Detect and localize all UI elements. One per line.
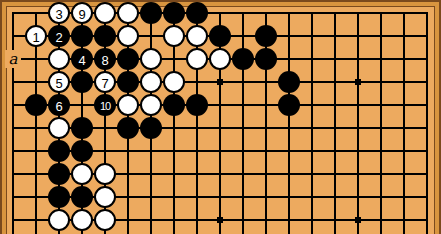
- black-stone: [25, 94, 47, 116]
- white-stone: 5: [48, 71, 70, 93]
- white-stone: [71, 209, 93, 231]
- white-stone: [117, 2, 139, 24]
- black-stone: 2: [48, 25, 70, 47]
- black-stone: [71, 117, 93, 139]
- black-stone: [186, 2, 208, 24]
- white-stone: [140, 71, 162, 93]
- black-stone: [140, 2, 162, 24]
- white-stone: [94, 186, 116, 208]
- black-stone: 6: [48, 94, 70, 116]
- black-stone: [71, 25, 93, 47]
- go-board: 39124857610a: [0, 0, 441, 234]
- white-stone: [48, 117, 70, 139]
- white-stone: [163, 71, 185, 93]
- move-number: 4: [78, 53, 85, 66]
- black-stone: [278, 71, 300, 93]
- white-stone: [209, 48, 231, 70]
- grid-line: [403, 12, 405, 234]
- white-stone: [48, 48, 70, 70]
- black-stone: [186, 94, 208, 116]
- black-stone: 8: [94, 48, 116, 70]
- star-point: [217, 217, 223, 223]
- star-point: [355, 79, 361, 85]
- grid-line: [12, 12, 14, 234]
- white-stone: [140, 48, 162, 70]
- black-stone: [232, 48, 254, 70]
- black-stone: [255, 25, 277, 47]
- grid-line: [311, 12, 313, 234]
- white-stone: 1: [25, 25, 47, 47]
- black-stone: [278, 94, 300, 116]
- move-number: 5: [55, 76, 62, 89]
- black-stone: [71, 186, 93, 208]
- white-stone: 7: [94, 71, 116, 93]
- black-stone: [209, 25, 231, 47]
- move-number: 1: [32, 30, 39, 43]
- white-stone: [48, 209, 70, 231]
- grid-line: [242, 12, 244, 234]
- star-point: [217, 79, 223, 85]
- black-stone: [117, 117, 139, 139]
- white-stone: [117, 25, 139, 47]
- black-stone: [94, 25, 116, 47]
- black-stone: [140, 117, 162, 139]
- black-stone: 4: [71, 48, 93, 70]
- black-stone: [48, 186, 70, 208]
- move-number: 10: [100, 100, 110, 111]
- white-stone: 3: [48, 2, 70, 24]
- white-stone: 9: [71, 2, 93, 24]
- white-stone: [186, 48, 208, 70]
- grid-line: [288, 12, 290, 234]
- white-stone: [94, 163, 116, 185]
- black-stone: [71, 71, 93, 93]
- white-stone: [117, 94, 139, 116]
- white-stone: [186, 25, 208, 47]
- white-stone: [140, 94, 162, 116]
- star-point: [355, 217, 361, 223]
- grid-line: [357, 12, 359, 234]
- black-stone: [71, 140, 93, 162]
- move-number: 7: [101, 76, 108, 89]
- move-number: 8: [101, 53, 108, 66]
- black-stone: [48, 140, 70, 162]
- black-stone: [163, 2, 185, 24]
- grid-line: [334, 12, 336, 234]
- move-number: 2: [55, 30, 62, 43]
- black-stone: [163, 94, 185, 116]
- grid-line: [426, 12, 428, 234]
- white-stone: [94, 209, 116, 231]
- move-number: 6: [55, 99, 62, 112]
- white-stone: [163, 25, 185, 47]
- black-stone: [48, 163, 70, 185]
- white-stone: [94, 2, 116, 24]
- black-stone: [117, 71, 139, 93]
- black-stone: 10: [94, 94, 116, 116]
- white-stone: [71, 163, 93, 185]
- move-number: 3: [55, 7, 62, 20]
- move-number: 9: [78, 7, 85, 20]
- grid-line: [380, 12, 382, 234]
- point-label-a: a: [5, 50, 21, 68]
- black-stone: [117, 48, 139, 70]
- black-stone: [255, 48, 277, 70]
